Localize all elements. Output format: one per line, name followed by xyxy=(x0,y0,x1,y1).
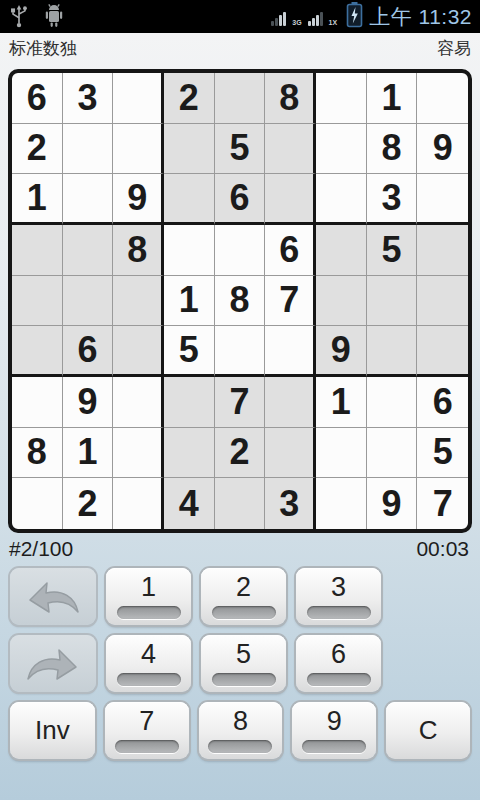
sudoku-cell-r9c9[interactable]: 7 xyxy=(417,478,468,529)
digit-button-7[interactable]: 7 xyxy=(105,702,189,759)
sudoku-cell-r9c2[interactable]: 2 xyxy=(63,478,114,529)
status-time: 上午 11:32 xyxy=(369,0,472,33)
sudoku-cell-r1c6[interactable]: 8 xyxy=(265,73,316,124)
invert-button[interactable]: Inv xyxy=(10,702,95,759)
sudoku-cell-r4c1[interactable] xyxy=(12,225,63,276)
digit-label-6: 6 xyxy=(331,637,346,672)
sudoku-cell-r9c5[interactable] xyxy=(215,478,266,529)
digit-button-8[interactable]: 8 xyxy=(199,702,283,759)
app-title: 标准数独 xyxy=(9,37,77,60)
digit-progress-bar xyxy=(212,606,276,619)
redo-arrow-icon xyxy=(22,640,84,688)
network-type-label-2: 1X xyxy=(329,8,338,26)
sudoku-cell-r1c8[interactable]: 1 xyxy=(367,73,418,124)
sudoku-cell-r7c1[interactable] xyxy=(12,377,63,428)
sudoku-cell-r4c9[interactable] xyxy=(417,225,468,276)
clear-label: C xyxy=(419,715,438,746)
sudoku-cell-r4c5[interactable] xyxy=(215,225,266,276)
sudoku-cell-r8c2[interactable]: 1 xyxy=(63,428,114,479)
sudoku-cell-r8c7[interactable] xyxy=(316,428,367,479)
digit-progress-bar xyxy=(302,740,366,753)
sudoku-cell-r7c6[interactable] xyxy=(265,377,316,428)
undo-arrow-icon xyxy=(22,573,84,621)
sudoku-cell-r2c9[interactable]: 9 xyxy=(417,124,468,175)
digit-label-9: 9 xyxy=(327,704,342,739)
sudoku-cell-r2c3[interactable] xyxy=(113,124,164,175)
digit-button-1[interactable]: 1 xyxy=(106,568,191,625)
digit-label-1: 1 xyxy=(141,570,156,605)
digit-progress-bar xyxy=(117,606,181,619)
sudoku-cell-r8c6[interactable] xyxy=(265,428,316,479)
status-bar: 3G 1X 上午 11:32 xyxy=(0,0,480,33)
sudoku-cell-r9c7[interactable] xyxy=(316,478,367,529)
sudoku-cell-r3c4[interactable] xyxy=(164,174,215,225)
digit-progress-bar xyxy=(117,673,181,686)
app-content: 标准数独 容易 63281258919638651876599716812524… xyxy=(0,33,480,800)
sudoku-cell-r1c5[interactable] xyxy=(215,73,266,124)
digit-label-5: 5 xyxy=(236,637,251,672)
sudoku-cell-r9c8[interactable]: 9 xyxy=(367,478,418,529)
sudoku-cell-r8c9[interactable]: 5 xyxy=(417,428,468,479)
sudoku-cell-r6c1[interactable] xyxy=(12,326,63,377)
sudoku-cell-r7c7[interactable]: 1 xyxy=(316,377,367,428)
sudoku-cell-r7c2[interactable]: 9 xyxy=(63,377,114,428)
sudoku-cell-r4c8[interactable]: 5 xyxy=(367,225,418,276)
sudoku-cell-r6c9[interactable] xyxy=(417,326,468,377)
sudoku-cell-r4c6[interactable]: 6 xyxy=(265,225,316,276)
sudoku-cell-r5c7[interactable] xyxy=(316,276,367,327)
sudoku-cell-r6c6[interactable] xyxy=(265,326,316,377)
sudoku-cell-r5c5[interactable]: 8 xyxy=(215,276,266,327)
digit-button-9[interactable]: 9 xyxy=(292,702,376,759)
digit-label-7: 7 xyxy=(139,704,154,739)
sudoku-cell-r9c4[interactable]: 4 xyxy=(164,478,215,529)
digit-button-6[interactable]: 6 xyxy=(296,635,381,692)
sudoku-cell-r5c3[interactable] xyxy=(113,276,164,327)
digit-progress-bar xyxy=(115,740,179,753)
sudoku-cell-r2c1[interactable]: 2 xyxy=(12,124,63,175)
sudoku-cell-r1c7[interactable] xyxy=(316,73,367,124)
keypad: 1 2 3 xyxy=(0,565,480,759)
digit-label-4: 4 xyxy=(141,637,156,672)
sudoku-cell-r5c8[interactable] xyxy=(367,276,418,327)
sudoku-cell-r8c8[interactable] xyxy=(367,428,418,479)
sudoku-cell-r3c3[interactable]: 9 xyxy=(113,174,164,225)
sudoku-cell-r5c1[interactable] xyxy=(12,276,63,327)
sudoku-cell-r9c1[interactable] xyxy=(12,478,63,529)
sudoku-cell-r6c3[interactable] xyxy=(113,326,164,377)
sudoku-cell-r1c3[interactable] xyxy=(113,73,164,124)
sudoku-cell-r8c4[interactable] xyxy=(164,428,215,479)
clear-button[interactable]: C xyxy=(386,702,470,759)
sudoku-cell-r6c7[interactable]: 9 xyxy=(316,326,367,377)
invert-label: Inv xyxy=(35,715,70,746)
sudoku-cell-r2c6[interactable] xyxy=(265,124,316,175)
digit-progress-bar xyxy=(307,606,371,619)
network-type-label-1: 3G xyxy=(292,8,301,26)
difficulty-label: 容易 xyxy=(437,37,471,60)
undo-button[interactable] xyxy=(10,568,96,625)
signal-bars-icon-2 xyxy=(308,8,323,26)
sudoku-cell-r5c6[interactable]: 7 xyxy=(265,276,316,327)
title-bar: 标准数独 容易 xyxy=(0,33,480,63)
sudoku-cell-r6c5[interactable] xyxy=(215,326,266,377)
sudoku-cell-r8c3[interactable] xyxy=(113,428,164,479)
sudoku-cell-r4c3[interactable]: 8 xyxy=(113,225,164,276)
sudoku-cell-r5c9[interactable] xyxy=(417,276,468,327)
sudoku-cell-r4c7[interactable] xyxy=(316,225,367,276)
sudoku-cell-r1c4[interactable]: 2 xyxy=(164,73,215,124)
sudoku-cell-r1c1[interactable]: 6 xyxy=(12,73,63,124)
digit-label-2: 2 xyxy=(236,570,251,605)
battery-charging-icon xyxy=(346,1,363,32)
sudoku-cell-r4c2[interactable] xyxy=(63,225,114,276)
digit-progress-bar xyxy=(307,673,371,686)
puzzle-number: #2/100 xyxy=(9,537,73,561)
sudoku-cell-r5c2[interactable] xyxy=(63,276,114,327)
sudoku-cell-r7c3[interactable] xyxy=(113,377,164,428)
sudoku-cell-r4c4[interactable] xyxy=(164,225,215,276)
android-debug-icon xyxy=(42,2,66,32)
info-bar: #2/100 00:03 xyxy=(0,533,480,565)
sudoku-cell-r3c7[interactable] xyxy=(316,174,367,225)
sudoku-cell-r3c8[interactable]: 3 xyxy=(367,174,418,225)
sudoku-cell-r3c5[interactable]: 6 xyxy=(215,174,266,225)
digit-label-3: 3 xyxy=(331,570,346,605)
sudoku-cell-r8c1[interactable]: 8 xyxy=(12,428,63,479)
digit-button-5[interactable]: 5 xyxy=(201,635,286,692)
sudoku-cell-r8c5[interactable]: 2 xyxy=(215,428,266,479)
redo-button[interactable] xyxy=(10,635,96,692)
sudoku-cell-r6c4[interactable]: 5 xyxy=(164,326,215,377)
sudoku-cell-r3c9[interactable] xyxy=(417,174,468,225)
sudoku-cell-r9c6[interactable]: 3 xyxy=(265,478,316,529)
sudoku-cell-r2c5[interactable]: 5 xyxy=(215,124,266,175)
digit-progress-bar xyxy=(208,740,272,753)
sudoku-cell-r2c7[interactable] xyxy=(316,124,367,175)
sudoku-cell-r1c2[interactable]: 3 xyxy=(63,73,114,124)
sudoku-cell-r2c8[interactable]: 8 xyxy=(367,124,418,175)
sudoku-cell-r7c5[interactable]: 7 xyxy=(215,377,266,428)
signal-bars-icon xyxy=(271,8,286,26)
sudoku-cell-r3c2[interactable] xyxy=(63,174,114,225)
sudoku-cell-r3c6[interactable] xyxy=(265,174,316,225)
game-timer: 00:03 xyxy=(416,537,469,561)
sudoku-cell-r2c4[interactable] xyxy=(164,124,215,175)
sudoku-cell-r9c3[interactable] xyxy=(113,478,164,529)
sudoku-cell-r7c4[interactable] xyxy=(164,377,215,428)
usb-icon xyxy=(8,1,30,33)
sudoku-board: 63281258919638651876599716812524397 xyxy=(8,69,472,533)
digit-button-4[interactable]: 4 xyxy=(106,635,191,692)
digit-button-2[interactable]: 2 xyxy=(201,568,286,625)
sudoku-cell-r6c8[interactable] xyxy=(367,326,418,377)
sudoku-cell-r1c9[interactable] xyxy=(417,73,468,124)
digit-label-8: 8 xyxy=(233,704,248,739)
sudoku-cell-r3c1[interactable]: 1 xyxy=(12,174,63,225)
digit-progress-bar xyxy=(212,673,276,686)
sudoku-cell-r5c4[interactable]: 1 xyxy=(164,276,215,327)
digit-button-3[interactable]: 3 xyxy=(296,568,381,625)
sudoku-cell-r7c8[interactable] xyxy=(367,377,418,428)
sudoku-cell-r2c2[interactable] xyxy=(63,124,114,175)
sudoku-cell-r7c9[interactable]: 6 xyxy=(417,377,468,428)
sudoku-cell-r6c2[interactable]: 6 xyxy=(63,326,114,377)
